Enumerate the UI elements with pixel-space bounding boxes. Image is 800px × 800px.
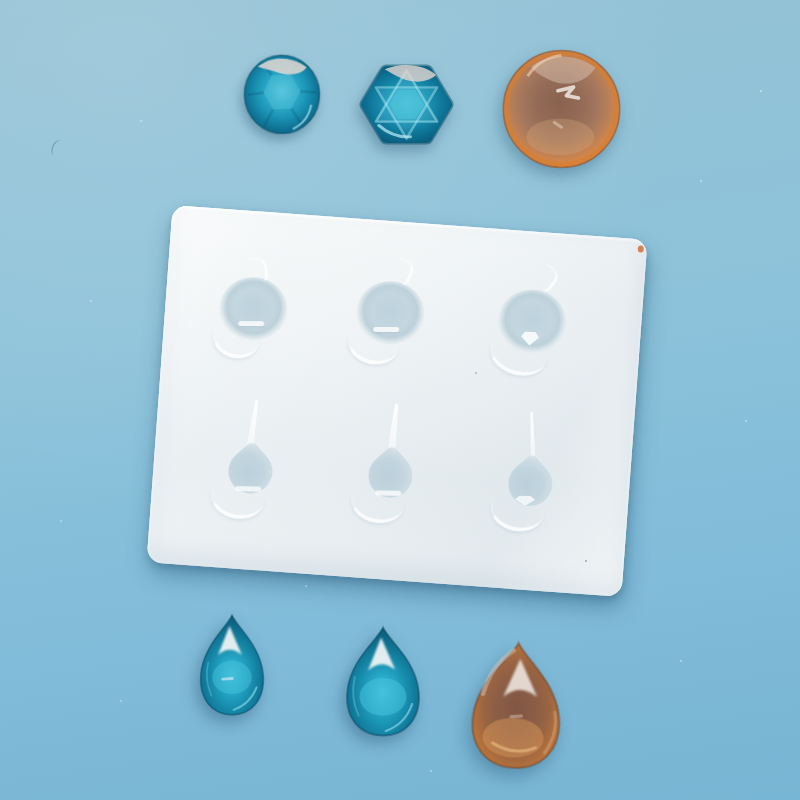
amber-teardrop-gem <box>458 636 576 775</box>
teardrop-cavity-2 <box>352 391 431 526</box>
silicone-mold <box>147 205 648 597</box>
resin-speck <box>638 245 644 252</box>
round-gem-cavity-3 <box>488 259 577 385</box>
cavity-depression <box>354 279 426 347</box>
blue-faceted-gem-large <box>357 57 456 152</box>
gem-bottom-sheen <box>526 119 594 155</box>
amber-round-cabochon <box>501 47 622 171</box>
blue-teardrop-gem-medium <box>336 623 430 740</box>
round-gem-cavity-2 <box>346 251 435 377</box>
cavity-dash-highlight <box>235 486 261 492</box>
photo-scene <box>0 0 800 800</box>
round-gem-cavity-1 <box>209 246 298 372</box>
dust-fiber <box>50 139 65 158</box>
cavity-stem-highlight <box>388 404 401 451</box>
cavity-depression <box>496 287 568 355</box>
cavity-dash-highlight <box>238 321 264 326</box>
cavity-dash-highlight <box>373 327 399 332</box>
cavity-smile-highlight <box>207 489 265 523</box>
dust-specks <box>0 0 2 2</box>
cavity-stem-highlight <box>247 399 260 446</box>
cavity-smile-highlight <box>347 494 405 528</box>
cavity-notch-highlight <box>249 256 269 282</box>
cavity-notch-highlight <box>534 264 562 293</box>
cavity-smile-highlight <box>487 502 545 536</box>
gem-center-glow <box>360 678 407 716</box>
cavity-dash-highlight <box>375 490 401 496</box>
teardrop-cavity-1 <box>212 387 291 522</box>
teardrop-cavity-3 <box>492 400 571 535</box>
cavity-stem-highlight <box>529 412 535 458</box>
blue-faceted-gem-small <box>241 51 324 138</box>
blue-teardrop-gem-small <box>191 611 273 719</box>
